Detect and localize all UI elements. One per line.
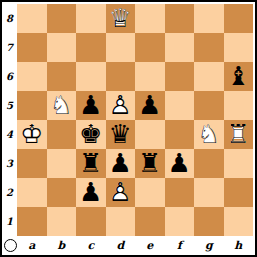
square-g6[interactable]: [194, 62, 224, 91]
black-pawn-icon: ♟: [76, 178, 106, 207]
white-king-outline-icon: ♔: [17, 120, 47, 149]
white-to-move-indicator-icon: [4, 239, 17, 252]
square-e8[interactable]: [135, 4, 165, 33]
square-f4[interactable]: [165, 120, 195, 149]
square-h3[interactable]: [224, 149, 254, 178]
square-h2[interactable]: [224, 178, 254, 207]
file-label-a: a: [17, 237, 47, 254]
square-g5[interactable]: [194, 91, 224, 120]
square-d1[interactable]: [106, 207, 136, 236]
square-b7[interactable]: [47, 33, 77, 62]
square-a7[interactable]: [17, 33, 47, 62]
file-label-g: g: [194, 237, 224, 254]
square-a2[interactable]: [17, 178, 47, 207]
rank-label-3: 3: [2, 149, 17, 178]
square-e4[interactable]: [135, 120, 165, 149]
rank-label-6: 6: [2, 62, 17, 91]
square-c8[interactable]: [76, 4, 106, 33]
square-a1[interactable]: [17, 207, 47, 236]
chess-board: ♛♕♝♞♘♟♟♙♟♚♔♚♛♞♘♜♖♜♟♜♟♟♟♙: [17, 4, 253, 236]
black-rook-icon: ♜: [135, 149, 165, 178]
white-rook-icon: ♜: [224, 120, 254, 149]
square-d7[interactable]: [106, 33, 136, 62]
file-label-c: c: [76, 237, 106, 254]
square-g8[interactable]: [194, 4, 224, 33]
square-c4[interactable]: ♚: [76, 120, 106, 149]
square-e1[interactable]: [135, 207, 165, 236]
rank-label-1: 1: [2, 207, 17, 236]
square-h1[interactable]: [224, 207, 254, 236]
black-rook-icon: ♜: [76, 149, 106, 178]
square-f5[interactable]: [165, 91, 195, 120]
square-b3[interactable]: [47, 149, 77, 178]
white-pawn-icon: ♟: [106, 91, 136, 120]
chess-diagram: 87654321 ♛♕♝♞♘♟♟♙♟♚♔♚♛♞♘♜♖♜♟♜♟♟♟♙ abcdef…: [0, 0, 257, 257]
square-a6[interactable]: [17, 62, 47, 91]
rank-label-4: 4: [2, 120, 17, 149]
square-e6[interactable]: [135, 62, 165, 91]
square-g2[interactable]: [194, 178, 224, 207]
square-e3[interactable]: ♜: [135, 149, 165, 178]
square-c5[interactable]: ♟: [76, 91, 106, 120]
black-pawn-icon: ♟: [76, 91, 106, 120]
file-labels: abcdefgh: [17, 237, 253, 254]
square-g4[interactable]: ♞♘: [194, 120, 224, 149]
square-e2[interactable]: [135, 178, 165, 207]
rank-label-8: 8: [2, 4, 17, 33]
file-label-e: e: [135, 237, 165, 254]
rank-label-2: 2: [2, 178, 17, 207]
white-rook-outline-icon: ♖: [224, 120, 254, 149]
white-knight-icon: ♞: [194, 120, 224, 149]
square-d5[interactable]: ♟♙: [106, 91, 136, 120]
square-b2[interactable]: [47, 178, 77, 207]
square-f6[interactable]: [165, 62, 195, 91]
rank-labels: 87654321: [2, 4, 17, 236]
square-a8[interactable]: [17, 4, 47, 33]
square-d6[interactable]: [106, 62, 136, 91]
square-g7[interactable]: [194, 33, 224, 62]
square-h7[interactable]: [224, 33, 254, 62]
black-pawn-icon: ♟: [165, 149, 195, 178]
file-label-b: b: [47, 237, 77, 254]
square-b6[interactable]: [47, 62, 77, 91]
square-g1[interactable]: [194, 207, 224, 236]
white-queen-icon: ♛: [106, 4, 136, 33]
square-f1[interactable]: [165, 207, 195, 236]
black-queen-icon: ♛: [106, 120, 136, 149]
white-pawn-outline-icon: ♙: [106, 91, 136, 120]
square-b1[interactable]: [47, 207, 77, 236]
square-d8[interactable]: ♛♕: [106, 4, 136, 33]
square-d2[interactable]: ♟♙: [106, 178, 136, 207]
square-c1[interactable]: [76, 207, 106, 236]
square-b8[interactable]: [47, 4, 77, 33]
square-d3[interactable]: ♟: [106, 149, 136, 178]
black-pawn-icon: ♟: [135, 91, 165, 120]
white-pawn-icon: ♟: [106, 178, 136, 207]
square-h6[interactable]: ♝: [224, 62, 254, 91]
square-b4[interactable]: [47, 120, 77, 149]
square-f8[interactable]: [165, 4, 195, 33]
square-h4[interactable]: ♜♖: [224, 120, 254, 149]
square-c6[interactable]: [76, 62, 106, 91]
square-e5[interactable]: ♟: [135, 91, 165, 120]
square-a3[interactable]: [17, 149, 47, 178]
square-d4[interactable]: ♛: [106, 120, 136, 149]
rank-label-7: 7: [2, 33, 17, 62]
square-f3[interactable]: ♟: [165, 149, 195, 178]
white-knight-outline-icon: ♘: [47, 91, 77, 120]
black-king-icon: ♚: [76, 120, 106, 149]
square-c7[interactable]: [76, 33, 106, 62]
square-f7[interactable]: [165, 33, 195, 62]
square-f2[interactable]: [165, 178, 195, 207]
square-h8[interactable]: [224, 4, 254, 33]
file-label-d: d: [106, 237, 136, 254]
white-king-icon: ♚: [17, 120, 47, 149]
square-a4[interactable]: ♚♔: [17, 120, 47, 149]
square-a5[interactable]: [17, 91, 47, 120]
file-label-h: h: [224, 237, 254, 254]
white-knight-icon: ♞: [47, 91, 77, 120]
black-bishop-icon: ♝: [224, 62, 254, 91]
white-knight-outline-icon: ♘: [194, 120, 224, 149]
rank-label-5: 5: [2, 91, 17, 120]
file-label-f: f: [165, 237, 195, 254]
square-h5[interactable]: [224, 91, 254, 120]
black-pawn-icon: ♟: [106, 149, 136, 178]
square-b5[interactable]: ♞♘: [47, 91, 77, 120]
square-g3[interactable]: [194, 149, 224, 178]
white-queen-outline-icon: ♕: [106, 4, 136, 33]
white-pawn-outline-icon: ♙: [106, 178, 136, 207]
square-e7[interactable]: [135, 33, 165, 62]
square-c3[interactable]: ♜: [76, 149, 106, 178]
square-c2[interactable]: ♟: [76, 178, 106, 207]
